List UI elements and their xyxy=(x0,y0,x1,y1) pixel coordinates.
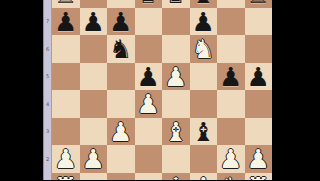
square-b1 xyxy=(80,173,108,181)
square-c1 xyxy=(107,173,135,181)
rank-label-7: 7 xyxy=(46,19,49,24)
square-g7 xyxy=(217,8,245,36)
square-f7 xyxy=(190,8,218,36)
square-a7 xyxy=(52,8,80,36)
square-a4 xyxy=(52,90,80,118)
square-b6 xyxy=(80,35,108,63)
square-d3 xyxy=(135,118,163,146)
square-d8 xyxy=(135,0,163,8)
square-g3 xyxy=(217,118,245,146)
square-f4 xyxy=(190,90,218,118)
square-f3 xyxy=(190,118,218,146)
square-c6 xyxy=(107,35,135,63)
square-d2 xyxy=(135,145,163,173)
square-a2 xyxy=(52,145,80,173)
square-e2 xyxy=(162,145,190,173)
rank-label-6: 6 xyxy=(46,46,49,51)
square-a1 xyxy=(52,173,80,181)
square-b5 xyxy=(80,63,108,91)
square-f6 xyxy=(190,35,218,63)
chess-board: ♜♛♚♝♜♟♟♟♟♞♞♟♟♟♟♟♟♝♝♟♟♟♟♜♚♝♞♜ xyxy=(52,0,272,180)
square-e7 xyxy=(162,8,190,36)
square-d7 xyxy=(135,8,163,36)
rank-label-3: 3 xyxy=(46,129,49,134)
rank-label-4: 4 xyxy=(46,101,49,106)
square-h3 xyxy=(245,118,273,146)
square-c4 xyxy=(107,90,135,118)
square-a6 xyxy=(52,35,80,63)
rank-label-gutter: 87654321 xyxy=(43,0,52,180)
square-f5 xyxy=(190,63,218,91)
square-g6 xyxy=(217,35,245,63)
square-h7 xyxy=(245,8,273,36)
square-b4 xyxy=(80,90,108,118)
square-g1 xyxy=(217,173,245,181)
square-c2 xyxy=(107,145,135,173)
square-e6 xyxy=(162,35,190,63)
square-h5 xyxy=(245,63,273,91)
square-g4 xyxy=(217,90,245,118)
square-h4 xyxy=(245,90,273,118)
rank-label-2: 2 xyxy=(46,156,49,161)
square-e8 xyxy=(162,0,190,8)
square-b7 xyxy=(80,8,108,36)
rank-label-5: 5 xyxy=(46,74,49,79)
square-c8 xyxy=(107,0,135,8)
square-e3 xyxy=(162,118,190,146)
square-a8 xyxy=(52,0,80,8)
square-h6 xyxy=(245,35,273,63)
square-c7 xyxy=(107,8,135,36)
square-e4 xyxy=(162,90,190,118)
square-d4 xyxy=(135,90,163,118)
square-f2 xyxy=(190,145,218,173)
square-h8 xyxy=(245,0,273,8)
square-h2 xyxy=(245,145,273,173)
square-a5 xyxy=(52,63,80,91)
square-a3 xyxy=(52,118,80,146)
square-d1 xyxy=(135,173,163,181)
square-f8 xyxy=(190,0,218,8)
square-c5 xyxy=(107,63,135,91)
square-g2 xyxy=(217,145,245,173)
square-b8 xyxy=(80,0,108,8)
square-g5 xyxy=(217,63,245,91)
square-d6 xyxy=(135,35,163,63)
square-f1 xyxy=(190,173,218,181)
square-e1 xyxy=(162,173,190,181)
square-g8 xyxy=(217,0,245,8)
square-d5 xyxy=(135,63,163,91)
square-b3 xyxy=(80,118,108,146)
square-b2 xyxy=(80,145,108,173)
video-frame[interactable]: 87654321 ♜♛♚♝♜♟♟♟♟♞♞♟♟♟♟♟♟♝♝♟♟♟♟♜♚♝♞♜ xyxy=(0,0,320,180)
square-c3 xyxy=(107,118,135,146)
square-h1 xyxy=(245,173,273,181)
square-e5 xyxy=(162,63,190,91)
